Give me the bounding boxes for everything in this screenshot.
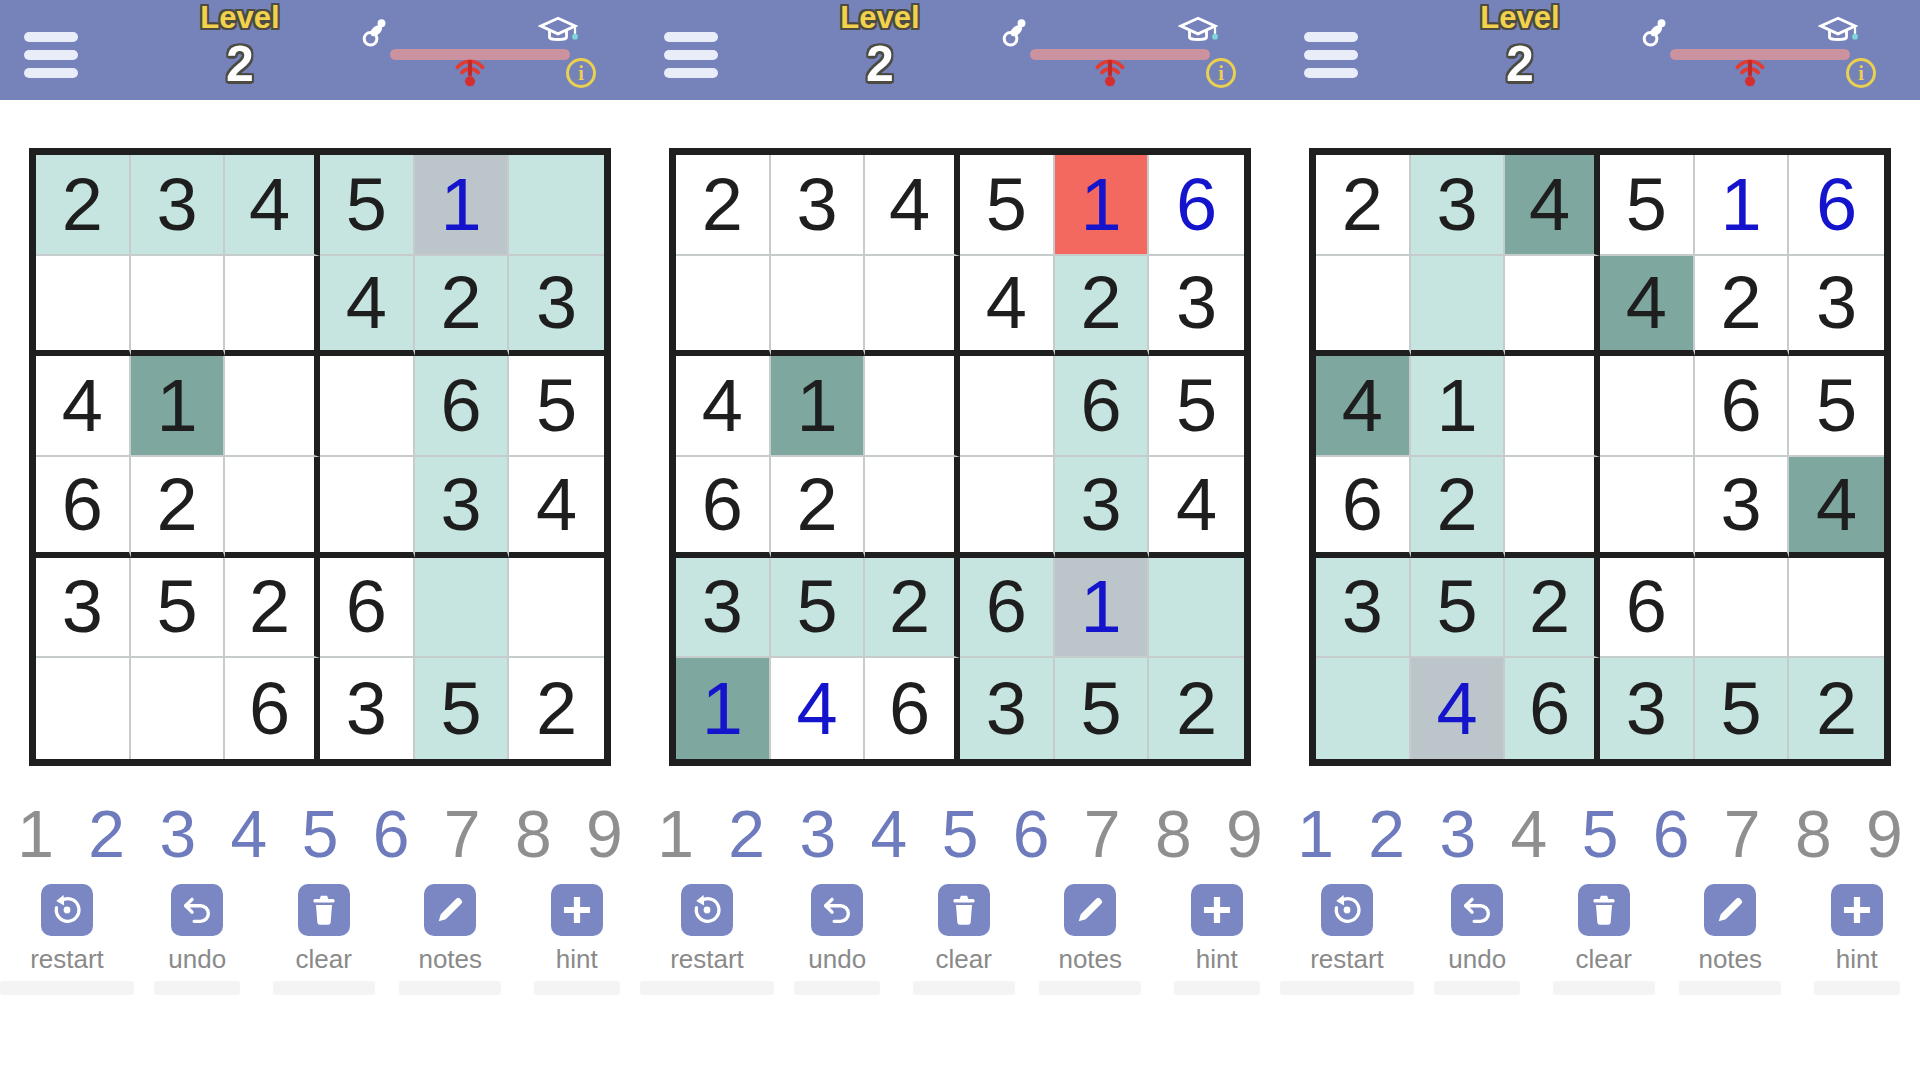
cell-r6c3[interactable]: 6 (1505, 658, 1600, 759)
cell-r3c5[interactable]: 6 (415, 356, 510, 457)
restart-label: restart (1310, 944, 1384, 975)
sudoku-panel-1: Level 2 i 234514234165623435266352 12345… (0, 0, 640, 1080)
numpad-digit-3[interactable]: 3 (782, 788, 853, 880)
cell-r3c6[interactable]: 5 (1789, 356, 1884, 457)
cell-r1c6[interactable]: 6 (1149, 155, 1244, 256)
cell-r6c5[interactable]: 5 (1055, 658, 1150, 759)
clear-button[interactable] (298, 884, 350, 936)
restart-icon (1330, 893, 1364, 927)
hint-tool: hint (1814, 884, 1900, 995)
numpad-digit-1[interactable]: 1 (1280, 788, 1351, 880)
cell-r2c6[interactable]: 3 (1789, 256, 1884, 357)
cell-r1c1[interactable]: 2 (1316, 155, 1411, 256)
notes-icon (435, 895, 465, 925)
info-icon[interactable]: i (1206, 58, 1236, 88)
graduation-cap-icon (1818, 14, 1858, 48)
cell-r3c4[interactable] (320, 356, 415, 457)
cell-r1c2[interactable]: 3 (771, 155, 866, 256)
sudoku-board: 234514234165623435266352 (29, 148, 611, 766)
cell-r6c6[interactable]: 2 (509, 658, 604, 759)
cell-r6c4[interactable]: 3 (960, 658, 1055, 759)
ghost-label-bar (1039, 981, 1141, 995)
restart-button[interactable] (1321, 884, 1373, 936)
undo-tool: undo (794, 884, 880, 995)
cell-r6c6[interactable]: 2 (1789, 658, 1884, 759)
hint-button[interactable] (1191, 884, 1243, 936)
hamburger-menu-icon[interactable] (24, 32, 78, 86)
undo-button[interactable] (811, 884, 863, 936)
cell-r3c4[interactable] (960, 356, 1055, 457)
hint-icon (1200, 893, 1234, 927)
cell-r1c3[interactable]: 4 (865, 155, 960, 256)
cell-r3c5[interactable]: 6 (1695, 356, 1790, 457)
hint-icon (560, 893, 594, 927)
cell-r1c2[interactable]: 3 (1411, 155, 1506, 256)
cell-r3c6[interactable]: 5 (1149, 356, 1244, 457)
numpad-digit-7[interactable]: 7 (1707, 788, 1778, 880)
toolbar: restartundoclearnoteshint (1280, 884, 1920, 995)
clear-tool: clear (273, 884, 375, 995)
restart-icon (50, 893, 84, 927)
cell-r5c4[interactable]: 6 (960, 558, 1055, 659)
cell-r3c3[interactable] (225, 356, 320, 457)
notes-button[interactable] (424, 884, 476, 936)
clear-icon (309, 894, 339, 926)
cell-r5c3[interactable]: 2 (225, 558, 320, 659)
notes-icon (1075, 895, 1105, 925)
hamburger-menu-icon[interactable] (664, 32, 718, 86)
cell-r2c2[interactable] (131, 256, 226, 357)
cell-r3c5[interactable]: 6 (1055, 356, 1150, 457)
numpad-digit-6[interactable]: 6 (1636, 788, 1707, 880)
ghost-label-bar (1814, 981, 1900, 995)
ghost-label-bar (794, 981, 880, 995)
ghost-label-bar (640, 981, 774, 995)
restart-button[interactable] (681, 884, 733, 936)
topbar: Level 2 i (0, 0, 640, 100)
cell-r5c4[interactable]: 6 (1600, 558, 1695, 659)
cell-r3c1[interactable]: 4 (1316, 356, 1411, 457)
difficulty-slider[interactable]: i (352, 0, 612, 100)
cell-r4c4[interactable] (1600, 457, 1695, 558)
number-pad: 123456789 (1280, 788, 1920, 880)
numpad-digit-6[interactable]: 6 (996, 788, 1067, 880)
ghost-label-bar (273, 981, 375, 995)
cell-r2c2[interactable] (1411, 256, 1506, 357)
ghost-label-bar (1679, 981, 1781, 995)
sudoku-app-triptych: Level 2 i 234514234165623435266352 12345… (0, 0, 1920, 1080)
cell-r2c2[interactable] (771, 256, 866, 357)
ghost-label-bar (534, 981, 620, 995)
pacifier-icon (1000, 18, 1028, 48)
cell-r4c3[interactable] (1505, 457, 1600, 558)
hint-label: hint (1836, 944, 1878, 975)
cell-r6c4[interactable]: 3 (320, 658, 415, 759)
cell-r5c2[interactable]: 5 (131, 558, 226, 659)
numpad-digit-5[interactable]: 5 (284, 788, 355, 880)
sudoku-panel-3: Level 2 i 23451642341656234352646352 123… (1280, 0, 1920, 1080)
info-icon[interactable]: i (1846, 58, 1876, 88)
numpad-digit-2[interactable]: 2 (1351, 788, 1422, 880)
numpad-digit-2[interactable]: 2 (71, 788, 142, 880)
undo-label: undo (1448, 944, 1506, 975)
difficulty-slider[interactable]: i (992, 0, 1252, 100)
level-value: 2 (1440, 39, 1600, 89)
cell-r6c1[interactable]: 1 (676, 658, 771, 759)
cell-r5c3[interactable]: 2 (865, 558, 960, 659)
notes-tool: notes (399, 884, 501, 995)
level-value: 2 (160, 39, 320, 89)
topbar: Level 2 i (1280, 0, 1920, 100)
cell-r4c6[interactable]: 4 (509, 457, 604, 558)
undo-button[interactable] (1451, 884, 1503, 936)
cell-r2c6[interactable]: 3 (1149, 256, 1244, 357)
cell-r4c2[interactable]: 2 (1411, 457, 1506, 558)
cell-r3c1[interactable]: 4 (36, 356, 131, 457)
cell-r2c5[interactable]: 2 (1695, 256, 1790, 357)
numpad-digit-4[interactable]: 4 (213, 788, 284, 880)
clear-button[interactable] (938, 884, 990, 936)
ghost-label-bar (913, 981, 1015, 995)
numpad-digit-8[interactable]: 8 (1778, 788, 1849, 880)
cell-r2c1[interactable] (676, 256, 771, 357)
cell-r1c3[interactable]: 4 (225, 155, 320, 256)
restart-label: restart (670, 944, 744, 975)
restart-tool: restart (0, 884, 134, 995)
numpad-digit-4[interactable]: 4 (1493, 788, 1564, 880)
cell-r1c5[interactable]: 1 (415, 155, 510, 256)
notes-label: notes (418, 944, 482, 975)
hint-tool: hint (1174, 884, 1260, 995)
ghost-label-bar (154, 981, 240, 995)
undo-icon (180, 893, 214, 927)
cell-r5c1[interactable]: 3 (36, 558, 131, 659)
restart-button[interactable] (41, 884, 93, 936)
notes-icon (1715, 895, 1745, 925)
cell-r5c4[interactable]: 6 (320, 558, 415, 659)
clear-tool: clear (913, 884, 1015, 995)
cell-r4c1[interactable]: 6 (676, 457, 771, 558)
level-indicator: Level 2 (800, 2, 960, 89)
cell-r4c4[interactable] (320, 457, 415, 558)
difficulty-slider[interactable]: i (1632, 0, 1892, 100)
cell-r4c2[interactable]: 2 (131, 457, 226, 558)
restart-tool: restart (640, 884, 774, 995)
sudoku-board: 2345164234165623435261146352 (669, 148, 1251, 766)
level-label: Level (160, 2, 320, 33)
numpad-digit-6[interactable]: 6 (356, 788, 427, 880)
ghost-label-bar (1434, 981, 1520, 995)
difficulty-thumb-icon[interactable] (1732, 54, 1768, 88)
cell-r2c5[interactable]: 2 (1055, 256, 1150, 357)
cell-r5c2[interactable]: 5 (1411, 558, 1506, 659)
cell-r4c5[interactable]: 3 (1695, 457, 1790, 558)
number-pad: 123456789 (640, 788, 1280, 880)
pacifier-icon (360, 18, 388, 48)
numpad-digit-9[interactable]: 9 (1849, 788, 1920, 880)
info-icon[interactable]: i (566, 58, 596, 88)
notes-tool: notes (1039, 884, 1141, 995)
sudoku-board: 23451642341656234352646352 (1309, 148, 1891, 766)
hamburger-menu-icon[interactable] (1304, 32, 1358, 86)
cell-r6c2[interactable] (131, 658, 226, 759)
numpad-digit-7[interactable]: 7 (427, 788, 498, 880)
hint-icon (1840, 893, 1874, 927)
difficulty-thumb-icon[interactable] (452, 54, 488, 88)
cell-r5c6[interactable] (509, 558, 604, 659)
numpad-digit-7[interactable]: 7 (1067, 788, 1138, 880)
cell-r6c1[interactable] (36, 658, 131, 759)
cell-r4c3[interactable] (225, 457, 320, 558)
cell-r6c1[interactable] (1316, 658, 1411, 759)
cell-r4c3[interactable] (865, 457, 960, 558)
cell-r1c4[interactable]: 5 (960, 155, 1055, 256)
cell-r4c6[interactable]: 4 (1149, 457, 1244, 558)
numpad-digit-1[interactable]: 1 (640, 788, 711, 880)
cell-r3c3[interactable] (1505, 356, 1600, 457)
clear-label: clear (296, 944, 352, 975)
cell-r4c1[interactable]: 6 (36, 457, 131, 558)
clear-label: clear (1576, 944, 1632, 975)
cell-r4c4[interactable] (960, 457, 1055, 558)
cell-r4c6[interactable]: 4 (1789, 457, 1884, 558)
cell-r3c6[interactable]: 5 (509, 356, 604, 457)
cell-r1c4[interactable]: 5 (320, 155, 415, 256)
ghost-label-bar (399, 981, 501, 995)
numpad-digit-3[interactable]: 3 (142, 788, 213, 880)
ghost-label-bar (1280, 981, 1414, 995)
cell-r3c4[interactable] (1600, 356, 1695, 457)
numpad-digit-2[interactable]: 2 (711, 788, 782, 880)
notes-tool: notes (1679, 884, 1781, 995)
cell-r6c5[interactable]: 5 (1695, 658, 1790, 759)
restart-tool: restart (1280, 884, 1414, 995)
numpad-digit-9[interactable]: 9 (569, 788, 640, 880)
cell-r5c3[interactable]: 2 (1505, 558, 1600, 659)
notes-label: notes (1058, 944, 1122, 975)
clear-label: clear (936, 944, 992, 975)
graduation-cap-icon (1178, 14, 1218, 48)
cell-r1c6[interactable] (509, 155, 604, 256)
cell-r6c2[interactable]: 4 (771, 658, 866, 759)
numpad-digit-9[interactable]: 9 (1209, 788, 1280, 880)
hint-label: hint (556, 944, 598, 975)
cell-r1c2[interactable]: 3 (131, 155, 226, 256)
cell-r5c6[interactable] (1149, 558, 1244, 659)
cell-r1c1[interactable]: 2 (36, 155, 131, 256)
undo-button[interactable] (171, 884, 223, 936)
cell-r1c5[interactable]: 1 (1695, 155, 1790, 256)
notes-label: notes (1698, 944, 1762, 975)
undo-label: undo (168, 944, 226, 975)
cell-r2c1[interactable] (36, 256, 131, 357)
clear-tool: clear (1553, 884, 1655, 995)
cell-r6c5[interactable]: 5 (415, 658, 510, 759)
number-pad: 123456789 (0, 788, 640, 880)
notes-button[interactable] (1064, 884, 1116, 936)
numpad-digit-4[interactable]: 4 (853, 788, 924, 880)
ghost-label-bar (0, 981, 134, 995)
numpad-digit-5[interactable]: 5 (924, 788, 995, 880)
cell-r4c5[interactable]: 3 (415, 457, 510, 558)
cell-r2c4[interactable]: 4 (1600, 256, 1695, 357)
graduation-cap-icon (538, 14, 578, 48)
cell-r6c2[interactable]: 4 (1411, 658, 1506, 759)
cell-r1c5[interactable]: 1 (1055, 155, 1150, 256)
cell-r6c4[interactable]: 3 (1600, 658, 1695, 759)
numpad-digit-8[interactable]: 8 (1138, 788, 1209, 880)
cell-r5c1[interactable]: 3 (676, 558, 771, 659)
cell-r1c6[interactable]: 6 (1789, 155, 1884, 256)
sudoku-panel-2: Level 2 i 2345164234165623435261146352 1… (640, 0, 1280, 1080)
cell-r3c1[interactable]: 4 (676, 356, 771, 457)
hint-button[interactable] (1831, 884, 1883, 936)
cell-r1c1[interactable]: 2 (676, 155, 771, 256)
cell-r4c2[interactable]: 2 (771, 457, 866, 558)
restart-label: restart (30, 944, 104, 975)
cell-r1c4[interactable]: 5 (1600, 155, 1695, 256)
cell-r2c6[interactable]: 3 (509, 256, 604, 357)
cell-r3c2[interactable]: 1 (1411, 356, 1506, 457)
pacifier-icon (1640, 18, 1668, 48)
cell-r2c4[interactable]: 4 (960, 256, 1055, 357)
cell-r6c3[interactable]: 6 (865, 658, 960, 759)
topbar: Level 2 i (640, 0, 1280, 100)
level-label: Level (800, 2, 960, 33)
level-indicator: Level 2 (1440, 2, 1600, 89)
hint-tool: hint (534, 884, 620, 995)
level-value: 2 (800, 39, 960, 89)
cell-r6c3[interactable]: 6 (225, 658, 320, 759)
clear-button[interactable] (1578, 884, 1630, 936)
difficulty-thumb-icon[interactable] (1092, 54, 1128, 88)
cell-r3c3[interactable] (865, 356, 960, 457)
cell-r2c3[interactable] (225, 256, 320, 357)
cell-r2c3[interactable] (1505, 256, 1600, 357)
cell-r5c5[interactable] (1695, 558, 1790, 659)
cell-r2c4[interactable]: 4 (320, 256, 415, 357)
numpad-digit-3[interactable]: 3 (1422, 788, 1493, 880)
clear-icon (1589, 894, 1619, 926)
cell-r1c3[interactable]: 4 (1505, 155, 1600, 256)
cell-r5c1[interactable]: 3 (1316, 558, 1411, 659)
ghost-label-bar (1174, 981, 1260, 995)
cell-r2c3[interactable] (865, 256, 960, 357)
cell-r5c2[interactable]: 5 (771, 558, 866, 659)
cell-r2c1[interactable] (1316, 256, 1411, 357)
level-label: Level (1440, 2, 1600, 33)
undo-icon (1460, 893, 1494, 927)
cell-r4c5[interactable]: 3 (1055, 457, 1150, 558)
cell-r5c6[interactable] (1789, 558, 1884, 659)
clear-icon (949, 894, 979, 926)
ghost-label-bar (1553, 981, 1655, 995)
undo-tool: undo (1434, 884, 1520, 995)
restart-icon (690, 893, 724, 927)
cell-r3c2[interactable]: 1 (131, 356, 226, 457)
notes-button[interactable] (1704, 884, 1756, 936)
cell-r4c1[interactable]: 6 (1316, 457, 1411, 558)
numpad-digit-5[interactable]: 5 (1564, 788, 1635, 880)
undo-tool: undo (154, 884, 240, 995)
hint-label: hint (1196, 944, 1238, 975)
undo-label: undo (808, 944, 866, 975)
toolbar: restartundoclearnoteshint (0, 884, 640, 995)
toolbar: restartundoclearnoteshint (640, 884, 1280, 995)
hint-button[interactable] (551, 884, 603, 936)
undo-icon (820, 893, 854, 927)
cell-r5c5[interactable]: 1 (1055, 558, 1150, 659)
numpad-digit-1[interactable]: 1 (0, 788, 71, 880)
cell-r5c5[interactable] (415, 558, 510, 659)
cell-r3c2[interactable]: 1 (771, 356, 866, 457)
cell-r6c6[interactable]: 2 (1149, 658, 1244, 759)
numpad-digit-8[interactable]: 8 (498, 788, 569, 880)
cell-r2c5[interactable]: 2 (415, 256, 510, 357)
level-indicator: Level 2 (160, 2, 320, 89)
